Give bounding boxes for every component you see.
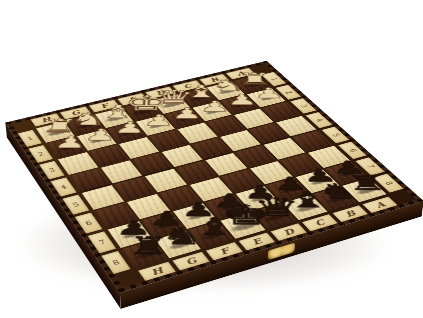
piece-contact-shadow xyxy=(260,210,293,224)
square-h7[interactable] xyxy=(108,221,153,248)
white-pawn-glyph: ♟ xyxy=(39,134,100,150)
square-f6[interactable] xyxy=(159,186,202,211)
box-front-face xyxy=(120,201,423,309)
square-g8[interactable] xyxy=(155,231,201,259)
piece-contact-shadow xyxy=(185,211,211,221)
square-e5[interactable] xyxy=(175,161,217,184)
black-bishop-glyph: ♝ xyxy=(181,214,246,238)
black-rook-glyph: ♜ xyxy=(114,234,182,258)
brass-clasp-icon xyxy=(267,243,294,261)
product-photo-canvas: { "game": "chess", "position": { "fen": … xyxy=(0,0,423,318)
piece-contact-shadow xyxy=(166,239,196,252)
black-king-glyph: ♚ xyxy=(213,201,278,229)
piece-contact-shadow xyxy=(120,229,146,240)
black-pawn-glyph: ♟ xyxy=(133,209,198,229)
square-g6[interactable] xyxy=(127,194,170,219)
piece-contact-shadow xyxy=(153,220,179,231)
square-c8[interactable] xyxy=(283,195,328,220)
square-f5[interactable] xyxy=(145,169,187,193)
photo-scene: HH11GG22FF33EE44DD55CC66BB77AA88 ♜♞♝♛♚♝♞… xyxy=(0,0,423,318)
square-f7[interactable] xyxy=(173,203,217,229)
square-h8[interactable] xyxy=(122,240,168,268)
square-g7[interactable] xyxy=(141,212,185,238)
piece-contact-shadow xyxy=(132,248,163,261)
piece-contact-shadow xyxy=(293,202,323,214)
square-f8[interactable] xyxy=(188,221,234,248)
square-e8[interactable] xyxy=(220,212,265,238)
square-d8[interactable] xyxy=(252,204,297,230)
black-pawn-glyph: ♟ xyxy=(166,200,230,219)
chessboard: HH11GG22FF33EE44DD55CC66BB77AA88 ♜♞♝♛♚♝♞… xyxy=(5,61,423,293)
black-pawn-glyph: ♟ xyxy=(100,217,166,237)
square-h6[interactable] xyxy=(94,203,137,229)
piece-contact-shadow xyxy=(217,202,242,212)
piece-contact-shadow xyxy=(198,229,229,242)
piece-contact-shadow xyxy=(228,219,264,234)
piece-contact-shadow xyxy=(353,185,381,196)
piece-contact-shadow xyxy=(324,193,352,204)
black-knight-glyph: ♞ xyxy=(148,224,214,248)
